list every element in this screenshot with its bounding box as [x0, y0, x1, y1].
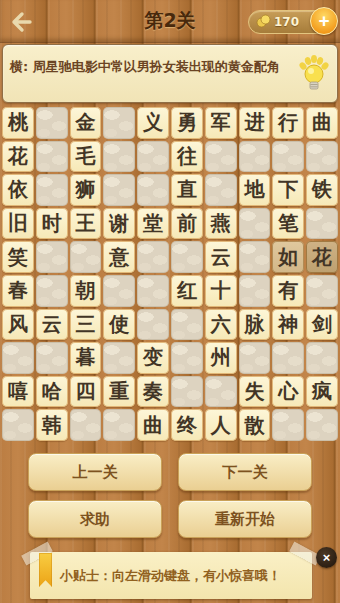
grid-cell[interactable]	[137, 174, 169, 206]
grid-cell[interactable]: 剑	[306, 309, 338, 341]
restart-button[interactable]: 重新开始	[178, 500, 312, 538]
grid-cell[interactable]: 曲	[137, 409, 169, 441]
coin-count: 170	[274, 15, 299, 29]
hint-button[interactable]	[295, 52, 333, 96]
grid-cell[interactable]	[70, 241, 102, 273]
grid-cell[interactable]: 州	[205, 342, 237, 374]
grid-cell[interactable]: 时	[36, 208, 68, 240]
grid-cell[interactable]: 依	[2, 174, 34, 206]
top-bar: 第2关 170 +	[0, 0, 340, 43]
grid-cell[interactable]	[137, 309, 169, 341]
grid-cell[interactable]	[103, 107, 135, 139]
grid-cell[interactable]	[103, 409, 135, 441]
grid-cell[interactable]	[171, 342, 203, 374]
grid-cell[interactable]: 云	[36, 309, 68, 341]
grid-cell[interactable]: 暮	[70, 342, 102, 374]
bookmark-icon	[39, 553, 52, 587]
grid-cell[interactable]: 堂	[137, 208, 169, 240]
grid-cell[interactable]	[205, 376, 237, 408]
grid-cell[interactable]: 散	[239, 409, 271, 441]
grid-cell[interactable]: 终	[171, 409, 203, 441]
tip-close-button[interactable]: ×	[316, 547, 337, 568]
grid-cell[interactable]: 奏	[137, 376, 169, 408]
grid-cell[interactable]: 毛	[70, 141, 102, 173]
grid-cell[interactable]: 云	[205, 241, 237, 273]
prev-level-button[interactable]: 上一关	[28, 453, 162, 491]
grid-cell[interactable]	[306, 275, 338, 307]
grid-cell[interactable]	[306, 342, 338, 374]
grid-cell[interactable]	[239, 208, 271, 240]
grid-cell[interactable]: 失	[239, 376, 271, 408]
grid-cell[interactable]	[103, 141, 135, 173]
grid-cell[interactable]	[137, 241, 169, 273]
grid-cell[interactable]: 风	[2, 309, 34, 341]
grid-cell[interactable]	[239, 141, 271, 173]
grid-cell[interactable]: 春	[2, 275, 34, 307]
grid-cell[interactable]: 笔	[272, 208, 304, 240]
grid-cell[interactable]: 花	[2, 141, 34, 173]
close-icon: ×	[323, 550, 331, 565]
grid-cell[interactable]: 曲	[306, 107, 338, 139]
grid-cell[interactable]: 义	[137, 107, 169, 139]
grid-cell[interactable]	[171, 241, 203, 273]
lightbulb-icon	[295, 84, 333, 99]
grid-cell[interactable]	[36, 241, 68, 273]
grid-cell[interactable]: 重	[103, 376, 135, 408]
grid-cell[interactable]	[239, 275, 271, 307]
grid-cell[interactable]	[2, 342, 34, 374]
grid-cell[interactable]	[103, 342, 135, 374]
grid-cell[interactable]	[70, 409, 102, 441]
grid-cell[interactable]	[2, 409, 34, 441]
grid-cell[interactable]: 地	[239, 174, 271, 206]
grid-cell[interactable]: 王	[70, 208, 102, 240]
grid-cell[interactable]: 疯	[306, 376, 338, 408]
grid-cell[interactable]: 四	[70, 376, 102, 408]
coins-icon	[256, 13, 271, 32]
grid-cell[interactable]: 勇	[171, 107, 203, 139]
tip-text: 小贴士：向左滑动键盘，有小惊喜哦！	[60, 552, 306, 599]
grid-cell[interactable]: 狮	[70, 174, 102, 206]
grid-cell[interactable]: 使	[103, 309, 135, 341]
crossword-grid: 桃金义勇军进行曲花毛往依狮直地下铁旧时王谢堂前燕笔笑意云如花春朝红十有风云三使六…	[2, 107, 338, 441]
coin-badge[interactable]: 170 +	[248, 10, 330, 32]
grid-cell[interactable]: 军	[205, 107, 237, 139]
grid-cell[interactable]	[36, 342, 68, 374]
help-button[interactable]: 求助	[28, 500, 162, 538]
grid-cell[interactable]	[205, 141, 237, 173]
grid-cell[interactable]	[272, 409, 304, 441]
grid-cell[interactable]: 旧	[2, 208, 34, 240]
grid-cell[interactable]	[36, 107, 68, 139]
plus-icon: +	[318, 10, 329, 31]
grid-cell[interactable]: 行	[272, 107, 304, 139]
grid-cell[interactable]	[36, 275, 68, 307]
grid-cell[interactable]	[306, 141, 338, 173]
grid-cell[interactable]	[103, 174, 135, 206]
grid-cell[interactable]: 往	[171, 141, 203, 173]
grid-cell[interactable]: 有	[272, 275, 304, 307]
clue-text: 横: 周星驰电影中常以男扮女装出现的黄金配角	[10, 58, 293, 76]
grid-cell[interactable]	[239, 241, 271, 273]
grid-cell[interactable]	[171, 376, 203, 408]
grid-cell[interactable]: 心	[272, 376, 304, 408]
add-coins-button[interactable]: +	[310, 7, 338, 35]
grid-cell[interactable]: 如	[272, 241, 304, 273]
grid-cell[interactable]: 哈	[36, 376, 68, 408]
app-root: 第2关 170 + 横: 周星驰电影中常以男扮女装出现的黄金配角	[0, 0, 340, 603]
grid-cell[interactable]	[137, 275, 169, 307]
grid-cell[interactable]: 韩	[36, 409, 68, 441]
grid-cell[interactable]: 意	[103, 241, 135, 273]
grid-cell[interactable]: 六	[205, 309, 237, 341]
grid-cell[interactable]: 金	[70, 107, 102, 139]
next-level-button[interactable]: 下一关	[178, 453, 312, 491]
grid-cell[interactable]: 谢	[103, 208, 135, 240]
grid-cell[interactable]: 花	[306, 241, 338, 273]
grid-cell[interactable]: 进	[239, 107, 271, 139]
grid-cell[interactable]: 神	[272, 309, 304, 341]
grid-cell[interactable]: 直	[171, 174, 203, 206]
grid-cell[interactable]	[272, 141, 304, 173]
grid-cell[interactable]: 燕	[205, 208, 237, 240]
grid-cell[interactable]: 铁	[306, 174, 338, 206]
grid-cell[interactable]: 脉	[239, 309, 271, 341]
grid-cell[interactable]: 前	[171, 208, 203, 240]
grid-cell[interactable]	[239, 342, 271, 374]
grid-cell[interactable]	[36, 141, 68, 173]
grid-cell[interactable]	[205, 174, 237, 206]
tip-banner: 小贴士：向左滑动键盘，有小惊喜哦！	[30, 552, 312, 599]
grid-cell[interactable]: 十	[205, 275, 237, 307]
grid-cell[interactable]	[272, 342, 304, 374]
grid-cell[interactable]	[36, 174, 68, 206]
grid-cell[interactable]	[137, 141, 169, 173]
grid-cell[interactable]: 红	[171, 275, 203, 307]
grid-cell[interactable]: 桃	[2, 107, 34, 139]
clue-bar: 横: 周星驰电影中常以男扮女装出现的黄金配角	[2, 44, 338, 103]
grid-cell[interactable]	[103, 275, 135, 307]
grid-cell[interactable]: 人	[205, 409, 237, 441]
grid-cell[interactable]: 笑	[2, 241, 34, 273]
grid-cell[interactable]	[306, 409, 338, 441]
grid-cell[interactable]	[306, 208, 338, 240]
grid-cell[interactable]: 三	[70, 309, 102, 341]
grid-cell[interactable]: 朝	[70, 275, 102, 307]
grid-cell[interactable]: 下	[272, 174, 304, 206]
grid-cell[interactable]	[171, 309, 203, 341]
grid-cell[interactable]: 嘻	[2, 376, 34, 408]
grid-cell[interactable]: 变	[137, 342, 169, 374]
